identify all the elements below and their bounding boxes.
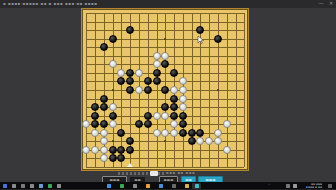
notification-icon[interactable] — [328, 184, 332, 188]
minimize-button[interactable]: — — [316, 0, 326, 7]
black-stone — [109, 35, 117, 43]
clock-date: ▪▪▪▪·▪·▪▪ — [306, 185, 322, 189]
black-stone — [196, 129, 204, 137]
black-stone — [109, 146, 117, 154]
white-stone — [117, 69, 125, 77]
active-app-icon[interactable] — [195, 184, 199, 188]
white-stone — [153, 112, 161, 120]
black-stone — [179, 129, 187, 137]
window-titlebar: ▪ ▪▪▪▪·▪▪▪▪▪ ▪▪ ▪ ▪▪▪ ▪▪▪·▪▪ ▪▪▪▪ — ✕ — [0, 0, 336, 8]
white-stone — [161, 52, 169, 60]
edge-triangle-marker — [127, 163, 133, 167]
black-stone — [117, 129, 125, 137]
desktop: ▪ ▪▪▪▪·▪▪▪▪▪ ▪▪ ▪ ▪▪▪ ▪▪▪·▪▪ ▪▪▪▪ — ✕ ▪▪… — [0, 0, 336, 189]
black-stone — [91, 112, 99, 120]
black-stone — [144, 77, 152, 85]
black-stone — [100, 43, 108, 51]
white-stone — [179, 77, 187, 85]
grid-line — [86, 167, 244, 168]
tray-icon[interactable] — [293, 184, 297, 188]
black-stone — [126, 69, 134, 77]
black-stone — [188, 129, 196, 137]
star-point — [217, 89, 219, 91]
black-stone — [161, 60, 169, 68]
white-stone — [179, 103, 187, 111]
black-stone — [170, 95, 178, 103]
white-stone — [179, 95, 187, 103]
pinned-app-icon[interactable] — [185, 184, 189, 188]
pinned-app-icon[interactable] — [107, 184, 111, 188]
go-board[interactable] — [82, 9, 248, 170]
white-stone — [100, 137, 108, 145]
grid-line — [236, 13, 237, 167]
white-stone — [170, 86, 178, 94]
taskbar-icon[interactable] — [48, 184, 52, 188]
black-stone — [126, 77, 134, 85]
black-stone — [161, 103, 169, 111]
start-button-icon[interactable] — [3, 184, 7, 188]
white-stone — [179, 86, 187, 94]
black-stone — [153, 77, 161, 85]
taskbar-icon[interactable] — [30, 184, 34, 188]
black-stone — [109, 154, 117, 162]
black-stone — [126, 26, 134, 34]
white-stone — [170, 129, 178, 137]
black-stone — [135, 120, 143, 128]
black-stone — [144, 112, 152, 120]
pinned-app-icon[interactable] — [120, 184, 124, 188]
white-stone — [170, 120, 178, 128]
white-stone — [91, 146, 99, 154]
white-stone — [82, 146, 90, 154]
white-stone — [196, 137, 204, 145]
white-stone — [161, 112, 169, 120]
grid-line — [86, 99, 244, 100]
black-stone — [179, 112, 187, 120]
star-point — [112, 140, 114, 142]
black-stone — [126, 137, 134, 145]
white-stone — [214, 129, 222, 137]
white-stone — [100, 154, 108, 162]
white-stone — [153, 60, 161, 68]
tray-expand-arrow[interactable]: ^ — [268, 184, 271, 187]
black-stone — [126, 146, 134, 154]
grid-line — [244, 13, 245, 167]
black-stone — [144, 86, 152, 94]
black-stone — [91, 103, 99, 111]
black-stone — [153, 69, 161, 77]
white-stone — [100, 146, 108, 154]
black-stone — [100, 120, 108, 128]
taskbar-icon[interactable] — [39, 184, 43, 188]
white-stone — [153, 52, 161, 60]
taskbar-clock[interactable]: ▪▪·▪▪▪ ▪▪▪▪·▪·▪▪ — [300, 183, 322, 190]
white-stone — [223, 146, 231, 154]
white-stone — [91, 129, 99, 137]
black-stone — [100, 103, 108, 111]
tray-icon[interactable] — [286, 184, 290, 188]
black-stone — [170, 69, 178, 77]
white-stone — [153, 129, 161, 137]
white-stone — [109, 60, 117, 68]
white-stone — [135, 86, 143, 94]
taskbar-icon[interactable] — [57, 184, 61, 188]
white-stone — [109, 120, 117, 128]
white-stone — [161, 129, 169, 137]
active-app-button[interactable] — [192, 183, 201, 189]
black-stone — [144, 120, 152, 128]
white-stone — [109, 103, 117, 111]
black-stone — [117, 146, 125, 154]
black-stone — [117, 154, 125, 162]
grid-line — [227, 13, 228, 167]
pinned-app-icon[interactable] — [133, 184, 137, 188]
black-stone — [100, 95, 108, 103]
close-button[interactable]: ✕ — [326, 0, 336, 7]
move-counter: ▪▪▪ ▪▪ ▪▪▪ — [166, 170, 195, 175]
black-stone — [117, 77, 125, 85]
taskbar-icon[interactable] — [21, 184, 25, 188]
black-stone — [170, 112, 178, 120]
pinned-app-icon[interactable] — [172, 184, 176, 188]
white-stone — [205, 137, 213, 145]
black-stone — [188, 137, 196, 145]
scrubber-handle[interactable] — [150, 171, 158, 176]
black-stone — [196, 26, 204, 34]
taskbar: ^ ▪▪·▪▪▪ ▪▪▪▪·▪·▪▪ — [0, 182, 336, 189]
white-stone — [100, 129, 108, 137]
white-stone — [82, 120, 90, 128]
black-stone — [214, 35, 222, 43]
star-point — [112, 89, 114, 91]
black-stone — [109, 112, 117, 120]
black-stone — [161, 86, 169, 94]
white-stone — [135, 69, 143, 77]
pinned-app-icon[interactable] — [146, 184, 150, 188]
white-stone — [223, 120, 231, 128]
white-stone — [214, 137, 222, 145]
window-title: ▪ ▪▪▪▪·▪▪▪▪▪ ▪▪ ▪ ▪▪▪ ▪▪▪·▪▪ ▪▪▪▪ — [3, 1, 97, 6]
pinned-app-icon[interactable] — [159, 184, 163, 188]
black-stone — [91, 120, 99, 128]
black-stone — [170, 103, 178, 111]
black-stone — [126, 86, 134, 94]
black-stone — [179, 120, 187, 128]
taskbar-icon[interactable] — [12, 184, 16, 188]
